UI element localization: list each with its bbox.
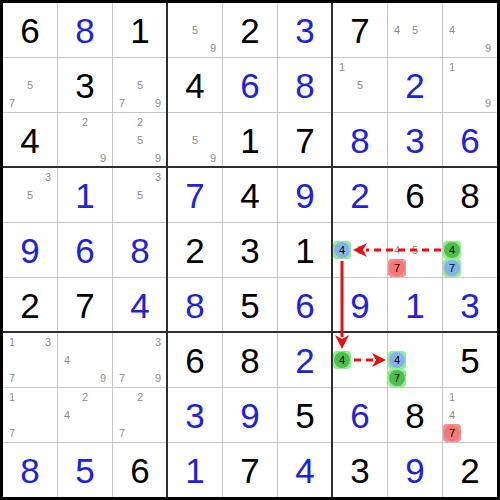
candidate-1: 1 [443, 388, 461, 406]
candidate-7-red-highlight: 7 [443, 424, 461, 442]
candidate-5: 5 [406, 21, 424, 39]
candidate-1: 1 [3, 388, 21, 406]
cell-value: 3 [58, 58, 112, 112]
cell-r1c6[interactable]: 3 [278, 3, 332, 57]
cell-r8c5[interactable]: 9 [223, 388, 277, 442]
candidate-2: 2 [131, 113, 149, 131]
cell-r4c2[interactable]: 1 [58, 168, 112, 222]
cell-value: 2 [278, 333, 332, 387]
cell-value: 3 [333, 443, 387, 497]
candidate-7-blue-highlight: 7 [443, 259, 461, 277]
candidate-5: 5 [131, 131, 149, 149]
cell-r6c4[interactable]: 8 [168, 278, 222, 332]
candidate-9: 9 [149, 149, 167, 167]
cell-r9c6[interactable]: 4 [278, 443, 332, 497]
cell-r8c7[interactable]: 6 [333, 388, 387, 442]
candidate-9: 9 [479, 39, 497, 57]
cell-r9c9[interactable]: 2 [443, 443, 497, 497]
cell-value: 4 [113, 278, 167, 332]
cell-r3c8[interactable]: 3 [388, 113, 442, 167]
cell-value: 7 [168, 168, 222, 222]
candidate-9: 9 [149, 94, 167, 112]
cell-value: 6 [58, 223, 112, 277]
candidate-2: 2 [76, 388, 94, 406]
candidate-5: 5 [131, 186, 149, 204]
cell-value: 9 [3, 223, 57, 277]
cell-r6c2[interactable]: 7 [58, 278, 112, 332]
candidate-4: 4 [388, 241, 406, 259]
candidate-7: 7 [113, 94, 131, 112]
cell-r7c1[interactable]: 137 [3, 333, 57, 387]
cell-r1c3[interactable]: 1 [113, 3, 167, 57]
candidate-9: 9 [94, 369, 112, 387]
candidate-9: 9 [94, 149, 112, 167]
cell-r8c6[interactable]: 5 [278, 388, 332, 442]
cell-r8c1[interactable]: 17 [3, 388, 57, 442]
candidate-2: 2 [76, 113, 94, 131]
cell-r1c5[interactable]: 2 [223, 3, 277, 57]
cell-r8c4[interactable]: 3 [168, 388, 222, 442]
sudoku-board: 6815923745495735794681521942925959178363… [0, 0, 500, 500]
cell-value: 6 [168, 333, 222, 387]
cell-r7c8[interactable]: 47 [388, 333, 442, 387]
cell-r5c4[interactable]: 2 [168, 223, 222, 277]
cell-r7c2[interactable]: 49 [58, 333, 112, 387]
cell-r2c8[interactable]: 2 [388, 58, 442, 112]
candidate-4-blue-highlight: 4 [388, 351, 406, 369]
cell-r3c9[interactable]: 6 [443, 113, 497, 167]
cell-r2c6[interactable]: 8 [278, 58, 332, 112]
cell-r2c2[interactable]: 3 [58, 58, 112, 112]
cell-r6c7[interactable]: 9 [333, 278, 387, 332]
candidate-5: 5 [351, 76, 369, 94]
cell-value: 9 [223, 388, 277, 442]
candidate-1: 1 [3, 333, 21, 351]
cell-value: 1 [58, 168, 112, 222]
cell-r4c9[interactable]: 8 [443, 168, 497, 222]
cell-value: 3 [223, 223, 277, 277]
cell-value: 4 [223, 168, 277, 222]
candidate-7-green-highlight: 7 [388, 369, 406, 387]
cell-r9c4[interactable]: 1 [168, 443, 222, 497]
cell-r3c4[interactable]: 59 [168, 113, 222, 167]
cell-r4c5[interactable]: 4 [223, 168, 277, 222]
box-border-vertical-1 [166, 3, 168, 497]
cell-value: 9 [278, 168, 332, 222]
cell-r3c6[interactable]: 7 [278, 113, 332, 167]
cell-value: 5 [223, 278, 277, 332]
candidate-2: 2 [131, 388, 149, 406]
cell-r8c9[interactable]: 147 [443, 388, 497, 442]
cell-value: 8 [3, 443, 57, 497]
cell-value: 6 [333, 388, 387, 442]
candidate-1: 1 [443, 58, 461, 76]
candidate-7-red-highlight: 7 [388, 259, 406, 277]
candidate-9: 9 [149, 369, 167, 387]
cell-r4c3[interactable]: 35 [113, 168, 167, 222]
cell-value: 1 [223, 113, 277, 167]
candidate-5: 5 [186, 131, 204, 149]
cell-value: 6 [278, 278, 332, 332]
cell-r7c5[interactable]: 8 [223, 333, 277, 387]
cell-r3c7[interactable]: 8 [333, 113, 387, 167]
cell-value: 8 [278, 58, 332, 112]
cell-r3c1[interactable]: 4 [3, 113, 57, 167]
candidate-7: 7 [113, 369, 131, 387]
cell-value: 5 [443, 333, 497, 387]
cell-r3c5[interactable]: 1 [223, 113, 277, 167]
cell-value: 2 [388, 58, 442, 112]
cell-r9c5[interactable]: 7 [223, 443, 277, 497]
cell-r5c6[interactable]: 1 [278, 223, 332, 277]
box-border-horizontal-1 [3, 166, 497, 168]
cell-r9c3[interactable]: 6 [113, 443, 167, 497]
cell-value: 1 [168, 443, 222, 497]
cell-r6c1[interactable]: 2 [3, 278, 57, 332]
candidate-1: 1 [333, 58, 351, 76]
candidate-7: 7 [3, 369, 21, 387]
cell-r7c6[interactable]: 2 [278, 333, 332, 387]
box-border-vertical-2 [331, 3, 333, 497]
cell-value: 8 [388, 388, 442, 442]
cell-value: 3 [443, 278, 497, 332]
cell-value: 4 [278, 443, 332, 497]
cell-r6c6[interactable]: 6 [278, 278, 332, 332]
cell-value: 8 [168, 278, 222, 332]
candidate-5: 5 [406, 241, 424, 259]
cell-value: 1 [278, 223, 332, 277]
cell-r3c2[interactable]: 29 [58, 113, 112, 167]
cell-r5c1[interactable]: 9 [3, 223, 57, 277]
cell-value: 9 [388, 443, 442, 497]
cell-r6c9[interactable]: 3 [443, 278, 497, 332]
cell-r3c3[interactable]: 259 [113, 113, 167, 167]
box-border-horizontal-2 [3, 331, 497, 333]
cell-r5c7[interactable]: 45 [333, 223, 387, 277]
cell-r4c6[interactable]: 9 [278, 168, 332, 222]
candidate-5: 5 [351, 241, 369, 259]
candidate-5: 5 [21, 76, 39, 94]
cell-value: 2 [333, 168, 387, 222]
cell-value: 6 [223, 58, 277, 112]
cell-r7c4[interactable]: 6 [168, 333, 222, 387]
candidate-5: 5 [21, 186, 39, 204]
cell-value: 1 [113, 3, 167, 57]
cell-value: 6 [113, 443, 167, 497]
cell-r1c4[interactable]: 59 [168, 3, 222, 57]
cell-r6c3[interactable]: 4 [113, 278, 167, 332]
candidate-3: 3 [149, 333, 167, 351]
cell-r7c7[interactable]: 4 [333, 333, 387, 387]
cell-value: 6 [443, 113, 497, 167]
candidate-4: 4 [58, 351, 76, 369]
cell-value: 2 [443, 443, 497, 497]
cell-value: 8 [223, 333, 277, 387]
cell-value: 2 [3, 278, 57, 332]
cell-value: 7 [223, 443, 277, 497]
sudoku-app-window: 6815923745495735794681521942925959178363… [0, 0, 500, 500]
cell-r1c8[interactable]: 45 [388, 3, 442, 57]
cell-value: 3 [278, 3, 332, 57]
cell-r2c3[interactable]: 579 [113, 58, 167, 112]
candidate-3: 3 [39, 333, 57, 351]
cell-r2c7[interactable]: 15 [333, 58, 387, 112]
cell-r8c8[interactable]: 8 [388, 388, 442, 442]
cell-value: 5 [58, 443, 112, 497]
cell-r6c5[interactable]: 5 [223, 278, 277, 332]
cell-value: 5 [278, 388, 332, 442]
cell-r9c2[interactable]: 5 [58, 443, 112, 497]
cell-value: 9 [333, 278, 387, 332]
cell-r9c8[interactable]: 9 [388, 443, 442, 497]
candidate-7: 7 [3, 94, 21, 112]
cell-r4c1[interactable]: 35 [3, 168, 57, 222]
cell-r1c2[interactable]: 8 [58, 3, 112, 57]
cell-r4c8[interactable]: 6 [388, 168, 442, 222]
cell-r8c2[interactable]: 24 [58, 388, 112, 442]
candidate-4-blue-highlight: 4 [333, 241, 351, 259]
cell-value: 8 [443, 168, 497, 222]
candidate-5: 5 [131, 76, 149, 94]
cell-r5c2[interactable]: 6 [58, 223, 112, 277]
cell-value: 3 [388, 113, 442, 167]
candidate-4-green-highlight: 4 [443, 241, 461, 259]
cell-value: 2 [223, 3, 277, 57]
cell-value: 7 [333, 3, 387, 57]
cell-value: 2 [168, 223, 222, 277]
candidate-4-green-highlight: 4 [333, 351, 351, 369]
cell-value: 4 [3, 113, 57, 167]
candidate-7: 7 [113, 424, 131, 442]
cell-r4c4[interactable]: 7 [168, 168, 222, 222]
candidate-4: 4 [388, 21, 406, 39]
cell-r1c1[interactable]: 6 [3, 3, 57, 57]
cell-value: 6 [388, 168, 442, 222]
candidate-3: 3 [39, 168, 57, 186]
cell-r2c1[interactable]: 57 [3, 58, 57, 112]
cell-value: 8 [58, 3, 112, 57]
candidate-3: 3 [149, 168, 167, 186]
cell-r2c4[interactable]: 4 [168, 58, 222, 112]
cell-r4c7[interactable]: 2 [333, 168, 387, 222]
cell-r6c8[interactable]: 1 [388, 278, 442, 332]
cell-value: 3 [168, 388, 222, 442]
cell-r2c5[interactable]: 6 [223, 58, 277, 112]
cell-value: 7 [58, 278, 112, 332]
cell-r5c9[interactable]: 47 [443, 223, 497, 277]
cell-r1c7[interactable]: 7 [333, 3, 387, 57]
candidate-4: 4 [443, 21, 461, 39]
candidate-9: 9 [204, 149, 222, 167]
cell-r5c8[interactable]: 457 [388, 223, 442, 277]
cell-r9c1[interactable]: 8 [3, 443, 57, 497]
cell-r9c7[interactable]: 3 [333, 443, 387, 497]
cell-r8c3[interactable]: 27 [113, 388, 167, 442]
cell-r5c5[interactable]: 3 [223, 223, 277, 277]
cell-value: 6 [3, 3, 57, 57]
candidate-4: 4 [443, 406, 461, 424]
cell-value: 4 [168, 58, 222, 112]
candidate-4: 4 [58, 406, 76, 424]
candidate-7: 7 [3, 424, 21, 442]
cell-r2c9[interactable]: 19 [443, 58, 497, 112]
candidate-5: 5 [186, 21, 204, 39]
cell-r5c3[interactable]: 8 [113, 223, 167, 277]
cell-value: 8 [333, 113, 387, 167]
cell-r1c9[interactable]: 49 [443, 3, 497, 57]
cell-r7c3[interactable]: 379 [113, 333, 167, 387]
cell-value: 1 [388, 278, 442, 332]
candidate-9: 9 [204, 39, 222, 57]
cell-r7c9[interactable]: 5 [443, 333, 497, 387]
cell-value: 7 [278, 113, 332, 167]
candidate-9: 9 [479, 94, 497, 112]
cell-value: 8 [113, 223, 167, 277]
